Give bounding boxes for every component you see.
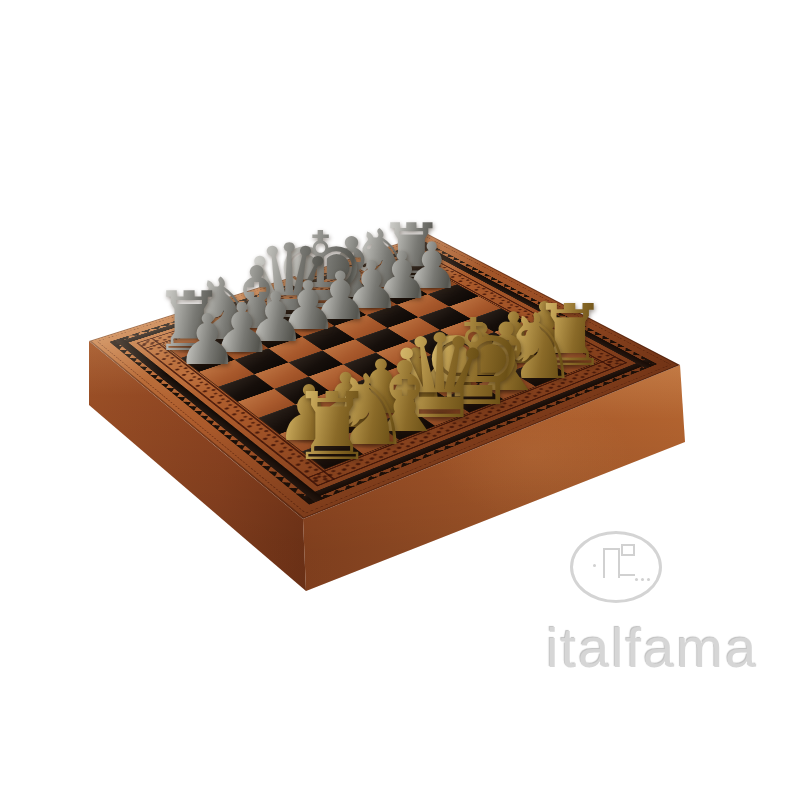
logo-glyph bbox=[603, 548, 620, 578]
watermark-text: italfama bbox=[522, 615, 782, 680]
logo-glyph bbox=[621, 544, 635, 556]
logo-glyph bbox=[619, 574, 635, 576]
product-photo-scene: ♜♞♝♛♚♝♞♜♟♟♟♟♟♟♟♟♟♟♟♟♟♟♟♟♜♞♝♛♚♝♞♜ italfam… bbox=[0, 0, 800, 800]
watermark-logo bbox=[570, 531, 662, 603]
watermark: italfama bbox=[522, 531, 782, 680]
logo-glyph bbox=[593, 564, 596, 567]
